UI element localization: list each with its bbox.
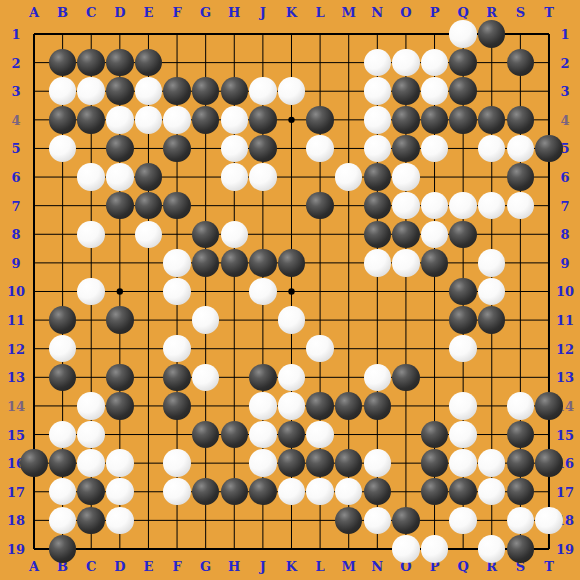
intersection-H14[interactable] bbox=[220, 392, 249, 421]
intersection-L2[interactable] bbox=[306, 48, 335, 77]
intersection-E19[interactable] bbox=[134, 535, 163, 564]
intersection-J16 bbox=[249, 449, 278, 478]
intersection-S7 bbox=[506, 191, 535, 220]
intersection-F4 bbox=[163, 106, 192, 135]
intersection-K1[interactable] bbox=[277, 20, 306, 49]
intersection-L19[interactable] bbox=[306, 535, 335, 564]
intersection-R14[interactable] bbox=[477, 392, 506, 421]
intersection-H3 bbox=[220, 77, 249, 106]
intersection-R2[interactable] bbox=[477, 48, 506, 77]
intersection-F3 bbox=[163, 77, 192, 106]
intersection-L17 bbox=[306, 477, 335, 506]
intersection-A1[interactable] bbox=[20, 20, 49, 49]
intersection-M12[interactable] bbox=[334, 334, 363, 363]
intersection-B6[interactable] bbox=[48, 163, 77, 192]
intersection-O12[interactable] bbox=[392, 334, 421, 363]
intersection-H8 bbox=[220, 220, 249, 249]
intersection-J12[interactable] bbox=[249, 334, 278, 363]
intersection-M2[interactable] bbox=[334, 48, 363, 77]
intersection-M15[interactable] bbox=[334, 420, 363, 449]
stone-black bbox=[163, 192, 191, 220]
intersection-C1[interactable] bbox=[77, 20, 106, 49]
intersection-B16 bbox=[48, 449, 77, 478]
intersection-E10[interactable] bbox=[134, 277, 163, 306]
intersection-N1[interactable] bbox=[363, 20, 392, 49]
intersection-E4 bbox=[134, 106, 163, 135]
intersection-J7[interactable] bbox=[249, 191, 278, 220]
intersection-K6[interactable] bbox=[277, 163, 306, 192]
intersection-H7[interactable] bbox=[220, 191, 249, 220]
intersection-K19[interactable] bbox=[277, 535, 306, 564]
intersection-M13[interactable] bbox=[334, 363, 363, 392]
intersection-D14 bbox=[106, 392, 135, 421]
intersection-M17 bbox=[334, 477, 363, 506]
stone-layer[interactable] bbox=[20, 20, 564, 564]
stone-white bbox=[77, 278, 105, 306]
intersection-D1[interactable] bbox=[106, 20, 135, 49]
intersection-F11[interactable] bbox=[163, 306, 192, 335]
stone-black bbox=[421, 106, 449, 134]
intersection-H1[interactable] bbox=[220, 20, 249, 49]
intersection-T2[interactable] bbox=[535, 48, 564, 77]
intersection-B15 bbox=[48, 420, 77, 449]
intersection-P12[interactable] bbox=[420, 334, 449, 363]
intersection-E15[interactable] bbox=[134, 420, 163, 449]
stone-white bbox=[392, 163, 420, 191]
stone-black bbox=[449, 77, 477, 105]
intersection-R7 bbox=[477, 191, 506, 220]
intersection-A8[interactable] bbox=[20, 220, 49, 249]
intersection-G19[interactable] bbox=[191, 535, 220, 564]
intersection-M18 bbox=[334, 506, 363, 535]
intersection-A18[interactable] bbox=[20, 506, 49, 535]
intersection-E16[interactable] bbox=[134, 449, 163, 478]
intersection-D10[interactable] bbox=[106, 277, 135, 306]
intersection-R18[interactable] bbox=[477, 506, 506, 535]
stone-white bbox=[77, 421, 105, 449]
intersection-D19[interactable] bbox=[106, 535, 135, 564]
intersection-E18[interactable] bbox=[134, 506, 163, 535]
intersection-O16[interactable] bbox=[392, 449, 421, 478]
intersection-F8[interactable] bbox=[163, 220, 192, 249]
column-label-top: B bbox=[57, 6, 68, 19]
stone-black bbox=[449, 49, 477, 77]
intersection-M19[interactable] bbox=[334, 535, 363, 564]
intersection-S10[interactable] bbox=[506, 277, 535, 306]
intersection-S3[interactable] bbox=[506, 77, 535, 106]
intersection-R13[interactable] bbox=[477, 363, 506, 392]
intersection-G1[interactable] bbox=[191, 20, 220, 49]
intersection-F18[interactable] bbox=[163, 506, 192, 535]
intersection-N19[interactable] bbox=[363, 535, 392, 564]
intersection-G6[interactable] bbox=[191, 163, 220, 192]
intersection-A2[interactable] bbox=[20, 48, 49, 77]
intersection-G17 bbox=[191, 477, 220, 506]
intersection-J2[interactable] bbox=[249, 48, 278, 77]
intersection-K18[interactable] bbox=[277, 506, 306, 535]
stone-black bbox=[421, 478, 449, 506]
intersection-G7[interactable] bbox=[191, 191, 220, 220]
stone-white bbox=[421, 192, 449, 220]
intersection-E11[interactable] bbox=[134, 306, 163, 335]
intersection-P14[interactable] bbox=[420, 392, 449, 421]
intersection-P3 bbox=[420, 77, 449, 106]
intersection-M8[interactable] bbox=[334, 220, 363, 249]
intersection-J1[interactable] bbox=[249, 20, 278, 49]
intersection-C7[interactable] bbox=[77, 191, 106, 220]
intersection-L9[interactable] bbox=[306, 249, 335, 278]
intersection-O17[interactable] bbox=[392, 477, 421, 506]
intersection-K10[interactable] bbox=[277, 277, 306, 306]
intersection-R9 bbox=[477, 249, 506, 278]
stone-white bbox=[364, 135, 392, 163]
column-label-top: K bbox=[286, 6, 297, 19]
intersection-P10[interactable] bbox=[420, 277, 449, 306]
go-board[interactable]: AABBCCDDEEFFGGHHJJKKLLMMNNOOPPQQRRSSTT11… bbox=[0, 0, 580, 580]
intersection-T7[interactable] bbox=[535, 191, 564, 220]
intersection-S5 bbox=[506, 134, 535, 163]
intersection-A16 bbox=[20, 449, 49, 478]
intersection-M1[interactable] bbox=[334, 20, 363, 49]
intersection-A15[interactable] bbox=[20, 420, 49, 449]
stone-white bbox=[192, 306, 220, 334]
intersection-F15[interactable] bbox=[163, 420, 192, 449]
intersection-O10[interactable] bbox=[392, 277, 421, 306]
intersection-R8[interactable] bbox=[477, 220, 506, 249]
stone-black bbox=[106, 364, 134, 392]
intersection-A5[interactable] bbox=[20, 134, 49, 163]
stone-white bbox=[77, 77, 105, 105]
intersection-H19[interactable] bbox=[220, 535, 249, 564]
intersection-B1[interactable] bbox=[48, 20, 77, 49]
intersection-K14 bbox=[277, 392, 306, 421]
intersection-R3[interactable] bbox=[477, 77, 506, 106]
intersection-F6[interactable] bbox=[163, 163, 192, 192]
stone-white bbox=[535, 507, 563, 535]
intersection-A13[interactable] bbox=[20, 363, 49, 392]
intersection-C14 bbox=[77, 392, 106, 421]
intersection-O14[interactable] bbox=[392, 392, 421, 421]
intersection-E17[interactable] bbox=[134, 477, 163, 506]
intersection-O5 bbox=[392, 134, 421, 163]
stone-black bbox=[49, 364, 77, 392]
stone-white bbox=[449, 335, 477, 363]
intersection-G12[interactable] bbox=[191, 334, 220, 363]
stone-white bbox=[364, 77, 392, 105]
intersection-T18 bbox=[535, 506, 564, 535]
stone-black bbox=[335, 449, 363, 477]
intersection-B14[interactable] bbox=[48, 392, 77, 421]
stone-white bbox=[249, 392, 277, 420]
intersection-K5[interactable] bbox=[277, 134, 306, 163]
intersection-L11[interactable] bbox=[306, 306, 335, 335]
intersection-K8[interactable] bbox=[277, 220, 306, 249]
intersection-S13[interactable] bbox=[506, 363, 535, 392]
intersection-Q5[interactable] bbox=[449, 134, 478, 163]
stone-black bbox=[535, 449, 563, 477]
intersection-H16[interactable] bbox=[220, 449, 249, 478]
intersection-L12 bbox=[306, 334, 335, 363]
stone-black bbox=[507, 163, 535, 191]
intersection-T3[interactable] bbox=[535, 77, 564, 106]
intersection-S11[interactable] bbox=[506, 306, 535, 335]
stone-black bbox=[192, 221, 220, 249]
stone-black bbox=[478, 20, 506, 48]
intersection-N11[interactable] bbox=[363, 306, 392, 335]
intersection-Q14 bbox=[449, 392, 478, 421]
intersection-G14[interactable] bbox=[191, 392, 220, 421]
intersection-N9 bbox=[363, 249, 392, 278]
intersection-J18[interactable] bbox=[249, 506, 278, 535]
intersection-F2[interactable] bbox=[163, 48, 192, 77]
intersection-C13[interactable] bbox=[77, 363, 106, 392]
intersection-G16[interactable] bbox=[191, 449, 220, 478]
stone-white bbox=[249, 421, 277, 449]
intersection-F19[interactable] bbox=[163, 535, 192, 564]
intersection-H2[interactable] bbox=[220, 48, 249, 77]
intersection-N10[interactable] bbox=[363, 277, 392, 306]
stone-black bbox=[163, 135, 191, 163]
intersection-Q19[interactable] bbox=[449, 535, 478, 564]
intersection-J11[interactable] bbox=[249, 306, 278, 335]
intersection-B7[interactable] bbox=[48, 191, 77, 220]
intersection-T11[interactable] bbox=[535, 306, 564, 335]
stone-white bbox=[478, 249, 506, 277]
intersection-B13 bbox=[48, 363, 77, 392]
intersection-R15[interactable] bbox=[477, 420, 506, 449]
intersection-G5[interactable] bbox=[191, 134, 220, 163]
intersection-O11[interactable] bbox=[392, 306, 421, 335]
stone-white bbox=[221, 221, 249, 249]
intersection-K4[interactable] bbox=[277, 106, 306, 135]
intersection-L5 bbox=[306, 134, 335, 163]
intersection-J19[interactable] bbox=[249, 535, 278, 564]
stone-white bbox=[77, 221, 105, 249]
column-label-top: L bbox=[316, 6, 325, 19]
intersection-S17 bbox=[506, 477, 535, 506]
intersection-H18[interactable] bbox=[220, 506, 249, 535]
intersection-K2[interactable] bbox=[277, 48, 306, 77]
intersection-N12[interactable] bbox=[363, 334, 392, 363]
intersection-E5[interactable] bbox=[134, 134, 163, 163]
intersection-S15 bbox=[506, 420, 535, 449]
intersection-T15[interactable] bbox=[535, 420, 564, 449]
stone-black bbox=[135, 163, 163, 191]
stone-white bbox=[364, 49, 392, 77]
intersection-L3[interactable] bbox=[306, 77, 335, 106]
intersection-T10[interactable] bbox=[535, 277, 564, 306]
intersection-N15[interactable] bbox=[363, 420, 392, 449]
intersection-F1[interactable] bbox=[163, 20, 192, 49]
intersection-M5[interactable] bbox=[334, 134, 363, 163]
intersection-A10[interactable] bbox=[20, 277, 49, 306]
intersection-T9[interactable] bbox=[535, 249, 564, 278]
intersection-E12[interactable] bbox=[134, 334, 163, 363]
intersection-C12[interactable] bbox=[77, 334, 106, 363]
intersection-E1[interactable] bbox=[134, 20, 163, 49]
intersection-S16 bbox=[506, 449, 535, 478]
intersection-G10[interactable] bbox=[191, 277, 220, 306]
column-label-top: M bbox=[342, 6, 356, 19]
intersection-A4[interactable] bbox=[20, 106, 49, 135]
intersection-E8 bbox=[134, 220, 163, 249]
intersection-D5 bbox=[106, 134, 135, 163]
intersection-C19[interactable] bbox=[77, 535, 106, 564]
intersection-R12[interactable] bbox=[477, 334, 506, 363]
intersection-A19[interactable] bbox=[20, 535, 49, 564]
stone-black bbox=[364, 221, 392, 249]
intersection-S1[interactable] bbox=[506, 20, 535, 49]
intersection-M3[interactable] bbox=[334, 77, 363, 106]
intersection-K15 bbox=[277, 420, 306, 449]
intersection-S12[interactable] bbox=[506, 334, 535, 363]
intersection-H11[interactable] bbox=[220, 306, 249, 335]
intersection-B10[interactable] bbox=[48, 277, 77, 306]
stone-black bbox=[249, 106, 277, 134]
intersection-C4 bbox=[77, 106, 106, 135]
intersection-H13[interactable] bbox=[220, 363, 249, 392]
intersection-A3[interactable] bbox=[20, 77, 49, 106]
intersection-F10 bbox=[163, 277, 192, 306]
intersection-P18[interactable] bbox=[420, 506, 449, 535]
intersection-A9[interactable] bbox=[20, 249, 49, 278]
intersection-P6[interactable] bbox=[420, 163, 449, 192]
stone-white bbox=[106, 106, 134, 134]
column-label-top: Q bbox=[457, 6, 468, 19]
intersection-P2 bbox=[420, 48, 449, 77]
stone-white bbox=[278, 364, 306, 392]
intersection-T19[interactable] bbox=[535, 535, 564, 564]
intersection-P11[interactable] bbox=[420, 306, 449, 335]
intersection-Q6[interactable] bbox=[449, 163, 478, 192]
intersection-E9[interactable] bbox=[134, 249, 163, 278]
intersection-S19 bbox=[506, 535, 535, 564]
intersection-A14[interactable] bbox=[20, 392, 49, 421]
intersection-K7[interactable] bbox=[277, 191, 306, 220]
stone-white bbox=[249, 449, 277, 477]
stone-black bbox=[49, 449, 77, 477]
intersection-K12[interactable] bbox=[277, 334, 306, 363]
stone-black bbox=[449, 478, 477, 506]
intersection-S14 bbox=[506, 392, 535, 421]
stone-black bbox=[392, 507, 420, 535]
intersection-L18[interactable] bbox=[306, 506, 335, 535]
intersection-T8[interactable] bbox=[535, 220, 564, 249]
intersection-T1[interactable] bbox=[535, 20, 564, 49]
intersection-S8[interactable] bbox=[506, 220, 535, 249]
intersection-L8[interactable] bbox=[306, 220, 335, 249]
intersection-C5[interactable] bbox=[77, 134, 106, 163]
intersection-C11[interactable] bbox=[77, 306, 106, 335]
intersection-H4 bbox=[220, 106, 249, 135]
stone-black bbox=[364, 478, 392, 506]
intersection-H10[interactable] bbox=[220, 277, 249, 306]
stone-white bbox=[421, 49, 449, 77]
intersection-T6[interactable] bbox=[535, 163, 564, 192]
intersection-A11[interactable] bbox=[20, 306, 49, 335]
intersection-A6[interactable] bbox=[20, 163, 49, 192]
stone-black bbox=[77, 478, 105, 506]
stone-black bbox=[335, 392, 363, 420]
intersection-K17 bbox=[277, 477, 306, 506]
intersection-D12[interactable] bbox=[106, 334, 135, 363]
intersection-C9[interactable] bbox=[77, 249, 106, 278]
intersection-L16 bbox=[306, 449, 335, 478]
intersection-T4[interactable] bbox=[535, 106, 564, 135]
intersection-Q13[interactable] bbox=[449, 363, 478, 392]
column-label-top: A bbox=[29, 6, 39, 19]
intersection-D4 bbox=[106, 106, 135, 135]
intersection-T17[interactable] bbox=[535, 477, 564, 506]
intersection-L1[interactable] bbox=[306, 20, 335, 49]
intersection-G2[interactable] bbox=[191, 48, 220, 77]
stone-black bbox=[221, 77, 249, 105]
intersection-O15[interactable] bbox=[392, 420, 421, 449]
intersection-A7[interactable] bbox=[20, 191, 49, 220]
intersection-S6 bbox=[506, 163, 535, 192]
intersection-D9[interactable] bbox=[106, 249, 135, 278]
intersection-G18[interactable] bbox=[191, 506, 220, 535]
intersection-J17 bbox=[249, 477, 278, 506]
intersection-E13[interactable] bbox=[134, 363, 163, 392]
intersection-J8[interactable] bbox=[249, 220, 278, 249]
intersection-E14[interactable] bbox=[134, 392, 163, 421]
intersection-O1[interactable] bbox=[392, 20, 421, 49]
intersection-Q9[interactable] bbox=[449, 249, 478, 278]
intersection-L6[interactable] bbox=[306, 163, 335, 192]
intersection-L10[interactable] bbox=[306, 277, 335, 306]
column-label-top: N bbox=[371, 6, 383, 19]
stone-black bbox=[221, 249, 249, 277]
stone-black bbox=[392, 106, 420, 134]
intersection-T12[interactable] bbox=[535, 334, 564, 363]
stone-black bbox=[20, 449, 48, 477]
intersection-L13[interactable] bbox=[306, 363, 335, 392]
intersection-M11[interactable] bbox=[334, 306, 363, 335]
intersection-P1[interactable] bbox=[420, 20, 449, 49]
intersection-F17 bbox=[163, 477, 192, 506]
intersection-S9[interactable] bbox=[506, 249, 535, 278]
intersection-M4[interactable] bbox=[334, 106, 363, 135]
intersection-M9[interactable] bbox=[334, 249, 363, 278]
stone-black bbox=[106, 192, 134, 220]
stone-black bbox=[507, 535, 535, 563]
intersection-L14 bbox=[306, 392, 335, 421]
intersection-B9[interactable] bbox=[48, 249, 77, 278]
intersection-R6[interactable] bbox=[477, 163, 506, 192]
intersection-D8[interactable] bbox=[106, 220, 135, 249]
intersection-B8[interactable] bbox=[48, 220, 77, 249]
intersection-M10[interactable] bbox=[334, 277, 363, 306]
column-label-top: G bbox=[200, 6, 211, 19]
stone-white bbox=[478, 192, 506, 220]
stone-white bbox=[507, 507, 535, 535]
intersection-D15[interactable] bbox=[106, 420, 135, 449]
stone-black bbox=[278, 421, 306, 449]
intersection-P13[interactable] bbox=[420, 363, 449, 392]
intersection-M7[interactable] bbox=[334, 191, 363, 220]
intersection-T13[interactable] bbox=[535, 363, 564, 392]
intersection-A12[interactable] bbox=[20, 334, 49, 363]
intersection-F7 bbox=[163, 191, 192, 220]
stone-white bbox=[306, 135, 334, 163]
intersection-S2 bbox=[506, 48, 535, 77]
stone-black bbox=[221, 421, 249, 449]
intersection-A17[interactable] bbox=[20, 477, 49, 506]
intersection-J10 bbox=[249, 277, 278, 306]
intersection-H12[interactable] bbox=[220, 334, 249, 363]
intersection-P7 bbox=[420, 191, 449, 220]
